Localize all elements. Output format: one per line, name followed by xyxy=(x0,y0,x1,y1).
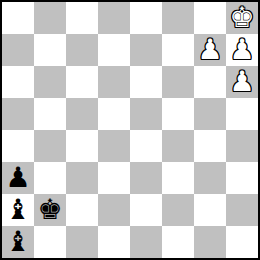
square-e1[interactable] xyxy=(130,226,162,258)
chess-board: ♚♟♟♟♟♝♚♝ xyxy=(2,2,258,258)
square-g6[interactable] xyxy=(194,66,226,98)
square-g8[interactable] xyxy=(194,2,226,34)
square-g7[interactable]: ♟ xyxy=(194,34,226,66)
square-c8[interactable] xyxy=(66,2,98,34)
square-e8[interactable] xyxy=(130,2,162,34)
square-a1[interactable]: ♝ xyxy=(2,226,34,258)
square-a2[interactable]: ♝ xyxy=(2,194,34,226)
square-a6[interactable] xyxy=(2,66,34,98)
square-c5[interactable] xyxy=(66,98,98,130)
square-b2[interactable]: ♚ xyxy=(34,194,66,226)
square-g2[interactable] xyxy=(194,194,226,226)
square-d7[interactable] xyxy=(98,34,130,66)
square-d6[interactable] xyxy=(98,66,130,98)
square-h8[interactable]: ♚ xyxy=(226,2,258,34)
chess-board-frame: ♚♟♟♟♟♝♚♝ xyxy=(0,0,260,260)
square-a4[interactable] xyxy=(2,130,34,162)
square-c7[interactable] xyxy=(66,34,98,66)
square-b8[interactable] xyxy=(34,2,66,34)
square-g1[interactable] xyxy=(194,226,226,258)
square-h5[interactable] xyxy=(226,98,258,130)
square-e6[interactable] xyxy=(130,66,162,98)
square-e2[interactable] xyxy=(130,194,162,226)
square-b6[interactable] xyxy=(34,66,66,98)
square-d8[interactable] xyxy=(98,2,130,34)
square-e7[interactable] xyxy=(130,34,162,66)
black-pawn-a3[interactable]: ♟ xyxy=(5,162,30,194)
square-c1[interactable] xyxy=(66,226,98,258)
white-pawn-h6[interactable]: ♟ xyxy=(229,66,254,98)
square-h4[interactable] xyxy=(226,130,258,162)
black-king-b2[interactable]: ♚ xyxy=(37,194,62,226)
white-king-h8[interactable]: ♚ xyxy=(229,2,254,34)
square-f8[interactable] xyxy=(162,2,194,34)
square-b7[interactable] xyxy=(34,34,66,66)
square-d3[interactable] xyxy=(98,162,130,194)
square-g5[interactable] xyxy=(194,98,226,130)
square-b1[interactable] xyxy=(34,226,66,258)
square-g3[interactable] xyxy=(194,162,226,194)
square-e3[interactable] xyxy=(130,162,162,194)
square-e4[interactable] xyxy=(130,130,162,162)
square-a8[interactable] xyxy=(2,2,34,34)
square-d5[interactable] xyxy=(98,98,130,130)
square-b4[interactable] xyxy=(34,130,66,162)
square-f1[interactable] xyxy=(162,226,194,258)
square-a5[interactable] xyxy=(2,98,34,130)
square-a3[interactable]: ♟ xyxy=(2,162,34,194)
square-h1[interactable] xyxy=(226,226,258,258)
black-bishop-a1[interactable]: ♝ xyxy=(5,226,30,258)
black-bishop-a2[interactable]: ♝ xyxy=(5,194,30,226)
square-g4[interactable] xyxy=(194,130,226,162)
square-f6[interactable] xyxy=(162,66,194,98)
square-f3[interactable] xyxy=(162,162,194,194)
square-d1[interactable] xyxy=(98,226,130,258)
square-f4[interactable] xyxy=(162,130,194,162)
square-h6[interactable]: ♟ xyxy=(226,66,258,98)
square-b5[interactable] xyxy=(34,98,66,130)
square-d4[interactable] xyxy=(98,130,130,162)
square-a7[interactable] xyxy=(2,34,34,66)
square-b3[interactable] xyxy=(34,162,66,194)
white-pawn-g7[interactable]: ♟ xyxy=(197,34,222,66)
square-d2[interactable] xyxy=(98,194,130,226)
square-c3[interactable] xyxy=(66,162,98,194)
square-c6[interactable] xyxy=(66,66,98,98)
square-c4[interactable] xyxy=(66,130,98,162)
square-e5[interactable] xyxy=(130,98,162,130)
square-f2[interactable] xyxy=(162,194,194,226)
square-f7[interactable] xyxy=(162,34,194,66)
square-h7[interactable]: ♟ xyxy=(226,34,258,66)
square-h3[interactable] xyxy=(226,162,258,194)
square-f5[interactable] xyxy=(162,98,194,130)
white-pawn-h7[interactable]: ♟ xyxy=(229,34,254,66)
square-c2[interactable] xyxy=(66,194,98,226)
square-h2[interactable] xyxy=(226,194,258,226)
